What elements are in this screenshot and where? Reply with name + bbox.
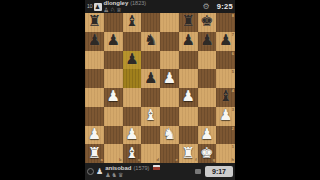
square-d5[interactable]: ♟	[141, 69, 160, 88]
coord-file-c: c	[138, 158, 140, 162]
black-rook: ♜	[88, 14, 101, 29]
black-king: ♚	[200, 14, 213, 29]
coord-file-e: e	[176, 158, 178, 162]
top-player-bar: 10 ♟ dlongley (1823) ♙♘♕ ⚙ 9:25	[85, 0, 235, 13]
square-h4[interactable]: ♝4	[216, 88, 235, 107]
white-bishop: ♝	[125, 146, 138, 161]
bottom-player-info[interactable]: anisobad (1579) ♟♞♛	[105, 165, 195, 179]
top-player-rating: (1823)	[130, 1, 146, 7]
square-f8[interactable]: ♜	[179, 13, 198, 32]
coord-rank-2: 2	[232, 127, 234, 131]
square-b7[interactable]: ♟	[104, 32, 123, 51]
square-a2[interactable]: ♟	[85, 126, 104, 145]
square-f2[interactable]	[179, 126, 198, 145]
white-pawn: ♟	[200, 127, 213, 142]
black-pawn: ♟	[219, 33, 232, 48]
square-c2[interactable]: ♟	[123, 126, 142, 145]
square-d7[interactable]: ♞	[141, 32, 160, 51]
white-pawn: ♟	[219, 108, 232, 123]
square-c3[interactable]	[123, 107, 142, 126]
square-f7[interactable]: ♟	[179, 32, 198, 51]
square-e7[interactable]	[160, 32, 179, 51]
square-c7[interactable]	[123, 32, 142, 51]
coord-rank-3: 3	[232, 108, 234, 112]
top-player-name: dlongley	[104, 0, 129, 6]
black-pawn: ♟	[88, 33, 101, 48]
square-a5[interactable]	[85, 69, 104, 88]
square-g3[interactable]	[198, 107, 217, 126]
square-d8[interactable]	[141, 13, 160, 32]
white-pawn: ♟	[163, 71, 176, 86]
black-pawn: ♟	[106, 33, 119, 48]
square-e1[interactable]: e	[160, 144, 179, 163]
square-b6[interactable]	[104, 51, 123, 70]
black-pawn: ♟	[125, 52, 138, 67]
screenshot-frame: 10 ♟ dlongley (1823) ♙♘♕ ⚙ 9:25 ♜♝♜♚8♟♟♞…	[0, 0, 320, 180]
white-pawn: ♟	[106, 89, 119, 104]
square-a3[interactable]	[85, 107, 104, 126]
coord-file-f: f	[195, 158, 196, 162]
square-f1[interactable]: ♜f	[179, 144, 198, 163]
top-player-info[interactable]: dlongley (1823) ♙♘♕	[104, 0, 203, 13]
black-rook: ♜	[181, 14, 194, 29]
square-e4[interactable]	[160, 88, 179, 107]
square-e2[interactable]: ♞	[160, 126, 179, 145]
square-g7[interactable]: ♟	[198, 32, 217, 51]
coord-file-a: a	[101, 158, 103, 162]
white-pawn: ♟	[88, 127, 101, 142]
square-h1[interactable]: h1	[216, 144, 235, 163]
game-badge: 10	[87, 4, 93, 9]
square-e3[interactable]	[160, 107, 179, 126]
chat-icon[interactable]	[195, 169, 201, 174]
player-avatar-icon: ♟	[96, 168, 103, 176]
flag-icon	[153, 165, 160, 170]
black-pawn: ♟	[181, 33, 194, 48]
bottom-captured-pieces: ♟♞♛	[105, 172, 195, 178]
coord-rank-5: 5	[232, 70, 234, 74]
square-h6[interactable]: 6	[216, 51, 235, 70]
piece-color-icon: ♟	[94, 3, 102, 11]
square-f5[interactable]	[179, 69, 198, 88]
square-b8[interactable]	[104, 13, 123, 32]
white-rook: ♜	[88, 146, 101, 161]
square-b5[interactable]	[104, 69, 123, 88]
square-c1[interactable]: ♝c	[123, 144, 142, 163]
coord-file-h: h	[232, 158, 234, 162]
gear-icon[interactable]: ⚙	[203, 3, 210, 11]
coord-file-d: d	[157, 158, 159, 162]
square-b4[interactable]: ♟	[104, 88, 123, 107]
black-pawn: ♟	[200, 33, 213, 48]
square-f3[interactable]	[179, 107, 198, 126]
coord-file-g: g	[213, 158, 215, 162]
square-g4[interactable]	[198, 88, 217, 107]
black-bishop: ♝	[125, 14, 138, 29]
square-g8[interactable]: ♚	[198, 13, 217, 32]
coord-rank-7: 7	[232, 33, 234, 37]
square-f6[interactable]	[179, 51, 198, 70]
chess-board: ♜♝♜♚8♟♟♞♟♟♟7♟6♟♟5♟♟♝4♝♟3♟♟♞♟2♜ab♝cde♜f♚g…	[85, 13, 235, 163]
bottom-player-name: anisobad	[105, 165, 131, 171]
black-knight: ♞	[144, 33, 157, 48]
coord-file-b: b	[119, 158, 121, 162]
square-g2[interactable]: ♟	[198, 126, 217, 145]
white-pawn: ♟	[181, 89, 194, 104]
square-b2[interactable]	[104, 126, 123, 145]
bottom-player-clock-active: 9:17	[205, 166, 233, 177]
square-a6[interactable]	[85, 51, 104, 70]
black-bishop: ♝	[219, 89, 232, 104]
coord-rank-4: 4	[232, 89, 234, 93]
square-a7[interactable]: ♟	[85, 32, 104, 51]
coord-rank-1: 1	[232, 145, 234, 149]
bottom-player-rating: (1579)	[134, 166, 150, 172]
square-h8[interactable]: 8	[216, 13, 235, 32]
square-g6[interactable]	[198, 51, 217, 70]
square-b3[interactable]	[104, 107, 123, 126]
square-a8[interactable]: ♜	[85, 13, 104, 32]
white-king: ♚	[200, 146, 213, 161]
square-e5[interactable]: ♟	[160, 69, 179, 88]
square-e8[interactable]	[160, 13, 179, 32]
square-d2[interactable]	[141, 126, 160, 145]
white-knight: ♞	[163, 127, 176, 142]
white-pawn: ♟	[125, 127, 138, 142]
square-a4[interactable]	[85, 88, 104, 107]
square-g5[interactable]	[198, 69, 217, 88]
square-h7[interactable]: ♟7	[216, 32, 235, 51]
top-player-clock: 9:25	[217, 2, 233, 11]
square-b1[interactable]: b	[104, 144, 123, 163]
square-d6[interactable]	[141, 51, 160, 70]
square-e6[interactable]	[160, 51, 179, 70]
square-c4[interactable]	[123, 88, 142, 107]
coord-rank-8: 8	[232, 14, 234, 18]
square-c8[interactable]: ♝	[123, 13, 142, 32]
square-a1[interactable]: ♜a	[85, 144, 104, 163]
square-d1[interactable]: d	[141, 144, 160, 163]
square-d4[interactable]	[141, 88, 160, 107]
square-h5[interactable]: 5	[216, 69, 235, 88]
square-g1[interactable]: ♚g	[198, 144, 217, 163]
status-icon	[87, 168, 94, 175]
square-c6[interactable]: ♟	[123, 51, 142, 70]
white-bishop: ♝	[144, 108, 157, 123]
square-h2[interactable]: 2	[216, 126, 235, 145]
chess-app: 10 ♟ dlongley (1823) ♙♘♕ ⚙ 9:25 ♜♝♜♚8♟♟♞…	[85, 0, 235, 180]
square-c5[interactable]	[123, 69, 142, 88]
bottom-player-bar: ♟ anisobad (1579) ♟♞♛ 9:17	[85, 163, 235, 180]
coord-rank-6: 6	[232, 52, 234, 56]
square-h3[interactable]: ♟3	[216, 107, 235, 126]
black-pawn: ♟	[144, 71, 157, 86]
square-f4[interactable]: ♟	[179, 88, 198, 107]
square-d3[interactable]: ♝	[141, 107, 160, 126]
white-rook: ♜	[181, 146, 194, 161]
